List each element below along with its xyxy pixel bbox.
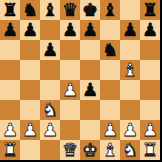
square-g2[interactable]: ♟ xyxy=(120,120,140,140)
square-b8[interactable]: ♞ xyxy=(20,0,40,20)
white-knight[interactable]: ♞ xyxy=(122,140,138,160)
square-c8[interactable]: ♝ xyxy=(40,0,60,20)
square-a7[interactable]: ♟ xyxy=(0,20,20,40)
square-f7[interactable] xyxy=(100,20,120,40)
square-e5[interactable] xyxy=(80,60,100,80)
square-g5[interactable]: ♝ xyxy=(120,60,140,80)
square-g1[interactable]: ♞ xyxy=(120,140,140,160)
square-h5[interactable] xyxy=(140,60,160,80)
black-pawn[interactable]: ♟ xyxy=(142,20,158,40)
square-h1[interactable]: ♜ xyxy=(140,140,160,160)
square-e7[interactable]: ♟ xyxy=(80,20,100,40)
white-pawn[interactable]: ♟ xyxy=(102,120,118,140)
black-pawn[interactable]: ♟ xyxy=(82,20,98,40)
white-rook[interactable]: ♜ xyxy=(2,140,18,160)
square-g6[interactable] xyxy=(120,40,140,60)
square-h8[interactable]: ♜ xyxy=(140,0,160,20)
square-c7[interactable] xyxy=(40,20,60,40)
white-queen[interactable]: ♛ xyxy=(62,140,78,160)
square-g8[interactable] xyxy=(120,0,140,20)
square-f2[interactable]: ♟ xyxy=(100,120,120,140)
square-f4[interactable] xyxy=(100,80,120,100)
square-b4[interactable] xyxy=(20,80,40,100)
square-b1[interactable] xyxy=(20,140,40,160)
square-b3[interactable] xyxy=(20,100,40,120)
chess-board-frame: ♜♞♝♛♚♝♜♟♟♟♟♟♟♟♞♝♟♟♞♟♟♟♟♟♟♜♛♚♝♞♜ xyxy=(0,0,162,162)
square-h6[interactable] xyxy=(140,40,160,60)
black-rook[interactable]: ♜ xyxy=(2,0,18,20)
white-king[interactable]: ♚ xyxy=(82,140,98,160)
square-g3[interactable] xyxy=(120,100,140,120)
square-f8[interactable]: ♝ xyxy=(100,0,120,20)
white-pawn[interactable]: ♟ xyxy=(2,120,18,140)
square-f1[interactable]: ♝ xyxy=(100,140,120,160)
white-pawn[interactable]: ♟ xyxy=(122,120,138,140)
square-c1[interactable] xyxy=(40,140,60,160)
square-a3[interactable] xyxy=(0,100,20,120)
white-bishop[interactable]: ♝ xyxy=(102,140,118,160)
black-pawn[interactable]: ♟ xyxy=(62,20,78,40)
square-f3[interactable] xyxy=(100,100,120,120)
square-c3[interactable]: ♞ xyxy=(40,100,60,120)
square-d4[interactable]: ♟ xyxy=(60,80,80,100)
square-a1[interactable]: ♜ xyxy=(0,140,20,160)
black-knight[interactable]: ♞ xyxy=(22,0,38,20)
square-d3[interactable] xyxy=(60,100,80,120)
square-c4[interactable] xyxy=(40,80,60,100)
chess-board: ♜♞♝♛♚♝♜♟♟♟♟♟♟♟♞♝♟♟♞♟♟♟♟♟♟♜♛♚♝♞♜ xyxy=(0,0,160,160)
black-knight[interactable]: ♞ xyxy=(102,40,118,60)
square-b2[interactable]: ♟ xyxy=(20,120,40,140)
black-pawn[interactable]: ♟ xyxy=(42,40,58,60)
square-d8[interactable]: ♛ xyxy=(60,0,80,20)
white-pawn[interactable]: ♟ xyxy=(22,120,38,140)
square-d7[interactable]: ♟ xyxy=(60,20,80,40)
square-b6[interactable] xyxy=(20,40,40,60)
square-h4[interactable] xyxy=(140,80,160,100)
square-c6[interactable]: ♟ xyxy=(40,40,60,60)
square-a4[interactable] xyxy=(0,80,20,100)
square-h3[interactable] xyxy=(140,100,160,120)
square-f5[interactable] xyxy=(100,60,120,80)
square-b7[interactable]: ♟ xyxy=(20,20,40,40)
square-e6[interactable] xyxy=(80,40,100,60)
square-a5[interactable] xyxy=(0,60,20,80)
square-g4[interactable] xyxy=(120,80,140,100)
square-d2[interactable] xyxy=(60,120,80,140)
square-e3[interactable] xyxy=(80,100,100,120)
black-bishop[interactable]: ♝ xyxy=(102,0,118,20)
square-e2[interactable] xyxy=(80,120,100,140)
white-knight[interactable]: ♞ xyxy=(42,100,58,120)
square-a6[interactable] xyxy=(0,40,20,60)
white-pawn[interactable]: ♟ xyxy=(42,120,58,140)
square-h2[interactable]: ♟ xyxy=(140,120,160,140)
square-d6[interactable] xyxy=(60,40,80,60)
white-bishop[interactable]: ♝ xyxy=(122,60,138,80)
square-c5[interactable] xyxy=(40,60,60,80)
square-d1[interactable]: ♛ xyxy=(60,140,80,160)
square-a2[interactable]: ♟ xyxy=(0,120,20,140)
black-pawn[interactable]: ♟ xyxy=(2,20,18,40)
square-e1[interactable]: ♚ xyxy=(80,140,100,160)
black-pawn[interactable]: ♟ xyxy=(22,20,38,40)
white-pawn[interactable]: ♟ xyxy=(142,120,158,140)
black-king[interactable]: ♚ xyxy=(82,0,98,20)
square-d5[interactable] xyxy=(60,60,80,80)
white-rook[interactable]: ♜ xyxy=(142,140,158,160)
black-bishop[interactable]: ♝ xyxy=(42,0,58,20)
black-rook[interactable]: ♜ xyxy=(142,0,158,20)
square-f6[interactable]: ♞ xyxy=(100,40,120,60)
square-c2[interactable]: ♟ xyxy=(40,120,60,140)
square-g7[interactable]: ♟ xyxy=(120,20,140,40)
square-e4[interactable]: ♟ xyxy=(80,80,100,100)
black-pawn[interactable]: ♟ xyxy=(122,20,138,40)
square-a8[interactable]: ♜ xyxy=(0,0,20,20)
white-pawn[interactable]: ♟ xyxy=(62,80,78,100)
black-queen[interactable]: ♛ xyxy=(62,0,78,20)
square-e8[interactable]: ♚ xyxy=(80,0,100,20)
square-b5[interactable] xyxy=(20,60,40,80)
black-pawn[interactable]: ♟ xyxy=(82,80,98,100)
square-h7[interactable]: ♟ xyxy=(140,20,160,40)
